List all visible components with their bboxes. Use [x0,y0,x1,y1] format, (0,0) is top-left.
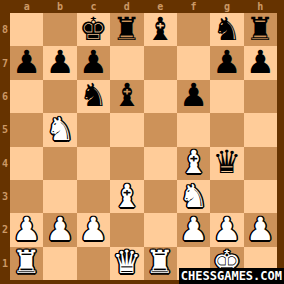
white-knight-b5[interactable]: ♞ [46,113,75,145]
square-f4[interactable]: ♝ [177,147,210,180]
white-pawn-g2[interactable]: ♟ [213,213,242,245]
black-bishop-e8[interactable]: ♝ [146,13,175,45]
square-e1[interactable]: ♜ [144,247,177,280]
square-c1[interactable] [77,247,110,280]
square-g4[interactable]: ♛ [210,147,243,180]
rank-label-6: 6 [0,80,10,113]
square-b4[interactable] [43,147,76,180]
square-h8[interactable]: ♜ [244,13,277,46]
rank-labels: 87654321 [0,13,10,280]
square-e8[interactable]: ♝ [144,13,177,46]
square-f6[interactable]: ♟ [177,80,210,113]
square-f2[interactable]: ♟ [177,213,210,246]
square-a7[interactable]: ♟ [10,46,43,79]
square-e7[interactable] [144,46,177,79]
square-c8[interactable]: ♚ [77,13,110,46]
square-b3[interactable] [43,180,76,213]
square-c5[interactable] [77,113,110,146]
square-c6[interactable]: ♞ [77,80,110,113]
square-b8[interactable] [43,13,76,46]
square-g8[interactable]: ♞ [210,13,243,46]
square-h3[interactable] [244,180,277,213]
black-pawn-a7[interactable]: ♟ [12,46,41,78]
square-e5[interactable] [144,113,177,146]
file-label-b: b [43,0,76,13]
square-a8[interactable] [10,13,43,46]
black-rook-d8[interactable]: ♜ [112,13,141,45]
chess-board-frame: abcdefgh 87654321 ♚♜♝♞♜♟♟♟♟♟♞♝♟♞♝♛♝♞♟♟♟♟… [0,0,284,284]
square-d6[interactable]: ♝ [110,80,143,113]
white-pawn-h2[interactable]: ♟ [246,213,275,245]
square-a5[interactable] [10,113,43,146]
square-f3[interactable]: ♞ [177,180,210,213]
black-pawn-f6[interactable]: ♟ [179,79,208,111]
square-g6[interactable] [210,80,243,113]
black-queen-g4[interactable]: ♛ [213,146,242,178]
white-knight-f3[interactable]: ♞ [179,180,208,212]
square-b2[interactable]: ♟ [43,213,76,246]
white-bishop-d3[interactable]: ♝ [112,180,141,212]
black-knight-g8[interactable]: ♞ [213,13,242,45]
square-b7[interactable]: ♟ [43,46,76,79]
square-d5[interactable] [110,113,143,146]
square-c3[interactable] [77,180,110,213]
square-d4[interactable] [110,147,143,180]
square-c4[interactable] [77,147,110,180]
square-h2[interactable]: ♟ [244,213,277,246]
rank-label-3: 3 [0,180,10,213]
square-e4[interactable] [144,147,177,180]
black-pawn-h7[interactable]: ♟ [246,46,275,78]
white-rook-e1[interactable]: ♜ [146,246,175,278]
white-queen-d1[interactable]: ♛ [112,246,141,278]
rank-label-2: 2 [0,213,10,246]
chess-board: ♚♜♝♞♜♟♟♟♟♟♞♝♟♞♝♛♝♞♟♟♟♟♟♟♜♛♜♚ [10,13,277,280]
rank-label-4: 4 [0,147,10,180]
rank-label-8: 8 [0,13,10,46]
file-label-a: a [10,0,43,13]
square-a4[interactable] [10,147,43,180]
black-knight-c6[interactable]: ♞ [79,79,108,111]
black-pawn-g7[interactable]: ♟ [213,46,242,78]
square-h4[interactable] [244,147,277,180]
square-h5[interactable] [244,113,277,146]
rank-label-5: 5 [0,113,10,146]
square-c2[interactable]: ♟ [77,213,110,246]
black-king-c8[interactable]: ♚ [79,13,108,45]
black-bishop-d6[interactable]: ♝ [112,79,141,111]
square-b1[interactable] [43,247,76,280]
square-d7[interactable] [110,46,143,79]
square-f7[interactable] [177,46,210,79]
square-f8[interactable] [177,13,210,46]
white-pawn-f2[interactable]: ♟ [179,213,208,245]
square-h6[interactable] [244,80,277,113]
black-rook-h8[interactable]: ♜ [246,13,275,45]
white-bishop-f4[interactable]: ♝ [179,146,208,178]
rank-label-7: 7 [0,46,10,79]
file-label-f: f [177,0,210,13]
white-rook-a1[interactable]: ♜ [12,246,41,278]
square-e6[interactable] [144,80,177,113]
square-e3[interactable] [144,180,177,213]
square-d1[interactable]: ♛ [110,247,143,280]
square-d3[interactable]: ♝ [110,180,143,213]
square-g7[interactable]: ♟ [210,46,243,79]
square-g2[interactable]: ♟ [210,213,243,246]
white-pawn-a2[interactable]: ♟ [12,213,41,245]
square-b6[interactable] [43,80,76,113]
square-a2[interactable]: ♟ [10,213,43,246]
square-f5[interactable] [177,113,210,146]
square-a1[interactable]: ♜ [10,247,43,280]
square-c7[interactable]: ♟ [77,46,110,79]
square-b5[interactable]: ♞ [43,113,76,146]
white-pawn-c2[interactable]: ♟ [79,213,108,245]
square-g3[interactable] [210,180,243,213]
site-watermark: CHESSGAMES.COM [179,268,284,284]
square-a6[interactable] [10,80,43,113]
square-h7[interactable]: ♟ [244,46,277,79]
white-pawn-b2[interactable]: ♟ [46,213,75,245]
square-a3[interactable] [10,180,43,213]
black-pawn-c7[interactable]: ♟ [79,46,108,78]
square-d8[interactable]: ♜ [110,13,143,46]
square-d2[interactable] [110,213,143,246]
rank-label-1: 1 [0,247,10,280]
square-e2[interactable] [144,213,177,246]
square-g5[interactable] [210,113,243,146]
black-pawn-b7[interactable]: ♟ [46,46,75,78]
